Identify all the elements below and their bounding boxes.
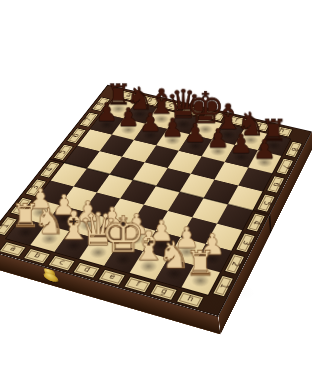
coordinate-label-d: d <box>189 107 196 113</box>
piece-black-pawn[interactable]: ♟ <box>183 120 206 146</box>
piece-black-pawn[interactable]: ♟ <box>117 105 140 130</box>
scene: abcdefgh abcdefgh 87654321 87654321 ♜♞♝♛… <box>0 0 314 369</box>
coordinate-label-f: f <box>134 280 141 288</box>
square-d4[interactable] <box>120 180 156 205</box>
coordinate-label-6: 6 <box>271 182 280 187</box>
coordinate-label-c: c <box>167 103 174 109</box>
coordinate-label-8: 8 <box>97 102 106 106</box>
coordinate-label-8: 8 <box>289 147 298 152</box>
coordinate-label-7: 7 <box>280 164 289 169</box>
piece-black-pawn[interactable]: ♟ <box>253 136 277 162</box>
piece-black-pawn[interactable]: ♟ <box>139 110 162 135</box>
coordinate-label-4: 4 <box>251 220 261 226</box>
coordinate-label-5: 5 <box>59 150 68 155</box>
coordinate-label-e: e <box>108 273 117 281</box>
coordinate-label-a: a <box>125 93 132 98</box>
coordinate-label-h: h <box>278 128 285 134</box>
piece-black-pawn[interactable]: ♟ <box>229 131 252 157</box>
coordinate-label-2: 2 <box>229 261 239 267</box>
clasp-hook <box>43 272 59 284</box>
coordinate-label-c: c <box>57 259 66 267</box>
coordinate-label-5: 5 <box>261 200 271 206</box>
brass-clasp <box>41 267 61 285</box>
piece-black-pawn[interactable]: ♟ <box>206 125 229 151</box>
coordinate-label-g: g <box>255 123 262 129</box>
coordinate-label-f: f <box>234 118 239 123</box>
product-photo-stage: abcdefgh abcdefgh 87654321 87654321 ♜♞♝♛… <box>0 0 314 369</box>
coordinate-label-1: 1 <box>218 283 228 290</box>
coordinate-label-d: d <box>82 266 91 274</box>
piece-white-rook[interactable]: ♜ <box>185 247 216 281</box>
coordinate-label-h: h <box>186 295 195 304</box>
chess-board: abcdefgh abcdefgh 87654321 87654321 ♜♞♝♛… <box>0 85 312 317</box>
coordinate-label-3: 3 <box>241 240 251 246</box>
piece-black-pawn[interactable]: ♟ <box>161 115 184 141</box>
coordinate-label-1: 1 <box>1 223 11 229</box>
coordinate-label-b: b <box>146 98 153 104</box>
coordinate-label-6: 6 <box>72 133 81 138</box>
coordinate-label-7: 7 <box>84 117 93 122</box>
coordinate-label-g: g <box>159 287 168 295</box>
coordinate-label-4: 4 <box>45 167 55 172</box>
coordinate-label-e: e <box>211 112 218 118</box>
coordinate-label-b: b <box>32 252 42 260</box>
coordinate-label-a: a <box>8 245 17 253</box>
